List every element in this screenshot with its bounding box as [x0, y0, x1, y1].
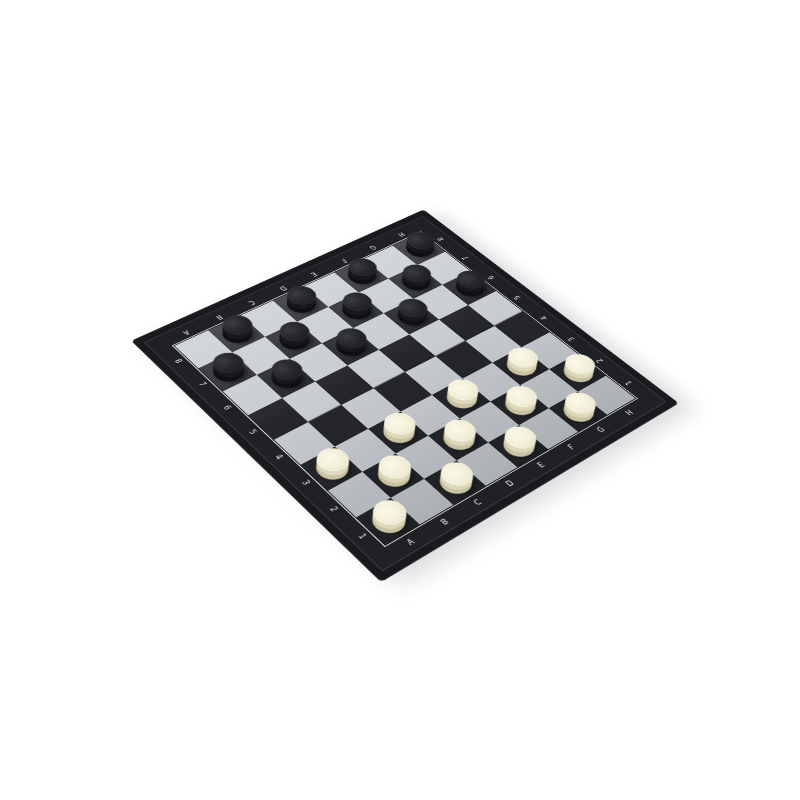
rank-label-7-right: 7: [461, 255, 470, 260]
black-checker-glyph: ⛂: [280, 301, 281, 302]
black-checker-glyph: ⛂: [273, 337, 274, 338]
board-face: AABBCCDDEEFFGGHH1122334455667788 ⛀⛀⛀⛀⛀⛀⛀…: [145, 217, 665, 570]
file-label-b-near: B: [440, 518, 450, 526]
checker-black-f8[interactable]: ⛂: [342, 263, 381, 288]
checker-black-d8[interactable]: ⛂: [280, 291, 321, 317]
black-checker-glyph: ⛂: [330, 344, 331, 345]
checker-black-d6[interactable]: ⛂: [330, 333, 372, 360]
rank-label-3-right: 3: [567, 336, 576, 342]
rank-label-1-right: 1: [624, 379, 633, 385]
pieces-layer: ⛀⛀⛀⛀⛀⛀⛀⛀⛀⛀⛀⛀⛂⛂⛂⛂⛂⛂⛂⛂⛂⛂⛂⛂: [175, 233, 636, 545]
checker-white-g1[interactable]: ⛀: [557, 397, 600, 426]
rank-label-5-left: 5: [246, 429, 256, 436]
white-checker-glyph: ⛀: [371, 472, 373, 473]
checker-black-b6[interactable]: ⛂: [265, 364, 308, 393]
photo-background: AABBCCDDEEFFGGHH1122334455667788 ⛀⛀⛀⛀⛀⛀⛀…: [0, 0, 800, 800]
white-checker-glyph: ⛀: [365, 518, 367, 519]
white-checker-glyph: ⛀: [500, 363, 501, 364]
black-checker-glyph: ⛂: [400, 246, 401, 247]
checker-white-f2[interactable]: ⛀: [498, 390, 541, 419]
file-label-a-near: A: [406, 538, 416, 546]
checker-white-e1[interactable]: ⛀: [496, 431, 540, 462]
checker-white-c1[interactable]: ⛀: [432, 466, 477, 499]
white-checker-glyph: ⛀: [309, 465, 311, 466]
white-checker-glyph: ⛀: [557, 370, 558, 371]
file-label-e-far: E: [308, 271, 316, 277]
black-checker-glyph: ⛂: [450, 285, 451, 286]
rank-label-4-left: 4: [272, 454, 282, 461]
checker-white-g3[interactable]: ⛀: [500, 352, 542, 380]
rank-label-2-right: 2: [595, 357, 604, 363]
white-checker-glyph: ⛀: [432, 479, 434, 480]
white-checker-glyph: ⛀: [436, 436, 437, 437]
file-label-d-far: D: [277, 285, 286, 291]
rank-label-5-right: 5: [513, 294, 522, 299]
file-label-b-far: B: [214, 314, 223, 320]
rank-label-4-right: 4: [540, 315, 549, 320]
checker-black-h6[interactable]: ⛂: [450, 276, 489, 301]
black-checker-glyph: ⛂: [336, 307, 337, 308]
white-checker-glyph: ⛀: [440, 395, 441, 396]
file-label-g-far: G: [367, 244, 376, 250]
file-label-c-near: C: [473, 499, 483, 507]
rank-label-2-left: 2: [327, 506, 337, 513]
checker-white-a3[interactable]: ⛀: [309, 452, 354, 484]
checkers-board: AABBCCDDEEFFGGHH1122334455667788 ⛀⛀⛀⛀⛀⛀⛀…: [131, 209, 679, 582]
rank-label-1-left: 1: [356, 533, 366, 540]
checker-white-h2[interactable]: ⛀: [557, 359, 599, 387]
file-label-g-near: G: [596, 426, 606, 433]
black-checker-glyph: ⛂: [391, 314, 392, 315]
checker-black-c7[interactable]: ⛂: [273, 327, 315, 354]
checker-black-g7[interactable]: ⛂: [396, 269, 435, 294]
white-checker-glyph: ⛀: [496, 443, 497, 444]
checker-white-d2[interactable]: ⛀: [436, 424, 480, 455]
checker-white-b2[interactable]: ⛀: [371, 459, 416, 491]
white-checker-glyph: ⛀: [557, 409, 558, 410]
black-checker-glyph: ⛂: [342, 273, 343, 274]
white-checker-glyph: ⛀: [376, 429, 377, 430]
rank-label-6-left: 6: [221, 405, 231, 411]
file-label-h-far: H: [396, 231, 405, 237]
black-checker-glyph: ⛂: [396, 279, 397, 280]
file-label-e-near: E: [537, 462, 547, 469]
file-label-d-near: D: [505, 480, 516, 488]
checker-black-h8[interactable]: ⛂: [400, 237, 439, 261]
file-label-h-near: H: [625, 410, 635, 417]
white-checker-glyph: ⛀: [498, 402, 499, 403]
checker-black-a7[interactable]: ⛂: [206, 357, 249, 386]
checker-black-e7[interactable]: ⛂: [336, 297, 377, 323]
rank-label-8-right: 8: [437, 236, 445, 241]
black-checker-glyph: ⛂: [265, 375, 266, 376]
black-checker-glyph: ⛂: [206, 369, 207, 370]
board-scene: AABBCCDDEEFFGGHH1122334455667788 ⛀⛀⛀⛀⛀⛀⛀…: [105, 72, 705, 672]
